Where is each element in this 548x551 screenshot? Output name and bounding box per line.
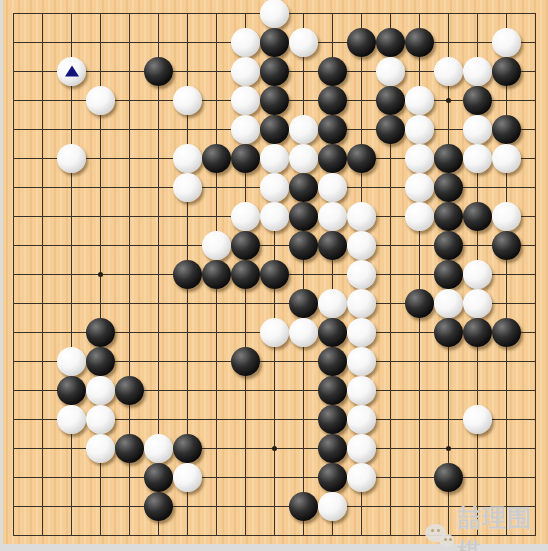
black-stone [434,260,463,289]
white-stone [289,28,318,57]
white-stone [86,86,115,115]
wechat-bubble-eye [449,538,452,541]
black-stone [260,28,289,57]
star-point [446,98,451,103]
white-stone [289,318,318,347]
white-stone [347,202,376,231]
wechat-icon [423,517,457,551]
black-stone [318,318,347,347]
white-stone [492,28,521,57]
white-stone [231,57,260,86]
black-stone [202,144,231,173]
white-stone [463,57,492,86]
black-stone [318,463,347,492]
white-stone [173,463,202,492]
black-stone [318,86,347,115]
black-stone [492,231,521,260]
white-stone [144,434,173,463]
white-stone [86,405,115,434]
white-stone [260,202,289,231]
white-stone [463,405,492,434]
wechat-bubble-eye [437,529,440,532]
white-stone [318,173,347,202]
white-stone [202,231,231,260]
left-edge-strip [0,0,3,551]
white-stone [57,347,86,376]
black-stone [318,115,347,144]
black-stone [434,463,463,492]
black-stone [289,173,318,202]
white-stone [463,289,492,318]
white-stone [463,144,492,173]
white-stone [347,347,376,376]
white-stone [260,144,289,173]
black-stone [260,86,289,115]
go-board-grid [13,13,536,536]
last-move-white-stone [57,57,86,86]
black-stone [289,202,318,231]
black-stone [318,231,347,260]
white-stone [231,28,260,57]
white-stone [86,434,115,463]
white-stone [376,57,405,86]
white-stone [57,144,86,173]
black-stone [173,434,202,463]
white-stone [463,260,492,289]
black-stone [231,144,260,173]
black-stone [463,318,492,347]
black-stone [289,289,318,318]
black-stone [318,144,347,173]
white-stone [434,57,463,86]
white-stone [289,115,318,144]
black-stone [202,260,231,289]
white-stone [434,289,463,318]
white-stone [86,376,115,405]
black-stone [463,202,492,231]
black-stone [289,492,318,521]
black-stone [347,28,376,57]
black-stone [347,144,376,173]
black-stone [144,463,173,492]
watermark-text: 喆理围棋 [457,501,548,551]
black-stone [434,318,463,347]
white-stone [347,434,376,463]
black-stone [86,347,115,376]
black-stone [376,28,405,57]
white-stone [231,86,260,115]
black-stone [318,405,347,434]
watermark: 喆理围棋 [423,501,548,551]
white-stone [260,318,289,347]
white-stone [289,144,318,173]
white-stone [260,173,289,202]
black-stone [289,231,318,260]
black-stone [173,260,202,289]
wechat-bubble-eye [431,529,434,532]
black-stone [492,318,521,347]
black-stone [376,115,405,144]
black-stone [86,318,115,347]
black-stone [318,434,347,463]
black-stone [115,434,144,463]
black-stone [405,289,434,318]
white-stone [347,405,376,434]
white-stone [347,231,376,260]
white-stone [347,318,376,347]
white-stone [173,173,202,202]
white-stone [318,202,347,231]
white-stone [260,0,289,28]
wechat-bubble-eye [444,538,447,541]
white-stone [347,260,376,289]
black-stone [434,202,463,231]
white-stone [405,86,434,115]
star-point [272,446,277,451]
black-stone [115,376,144,405]
white-stone [405,115,434,144]
white-stone [347,463,376,492]
black-stone [434,173,463,202]
black-stone [231,347,260,376]
star-point [98,272,103,277]
white-stone [173,144,202,173]
white-stone [231,115,260,144]
black-stone [260,260,289,289]
white-stone [347,289,376,318]
black-stone [463,86,492,115]
white-stone [318,492,347,521]
white-stone [57,405,86,434]
black-stone [405,28,434,57]
black-stone [260,115,289,144]
white-stone [405,173,434,202]
triangle-mark-icon [65,65,79,76]
black-stone [231,231,260,260]
black-stone [57,376,86,405]
white-stone [318,289,347,318]
black-stone [231,260,260,289]
black-stone [434,231,463,260]
black-stone [492,57,521,86]
black-stone [376,86,405,115]
black-stone [318,347,347,376]
white-stone [405,202,434,231]
go-board-diagram: 喆理围棋 [0,0,548,551]
black-stone [260,57,289,86]
white-stone [173,86,202,115]
black-stone [144,492,173,521]
white-stone [231,202,260,231]
white-stone [347,376,376,405]
black-stone [318,376,347,405]
white-stone [463,115,492,144]
black-stone [434,144,463,173]
black-stone [318,57,347,86]
white-stone [492,144,521,173]
white-stone [405,144,434,173]
star-point [446,446,451,451]
black-stone [144,57,173,86]
white-stone [492,202,521,231]
black-stone [492,115,521,144]
